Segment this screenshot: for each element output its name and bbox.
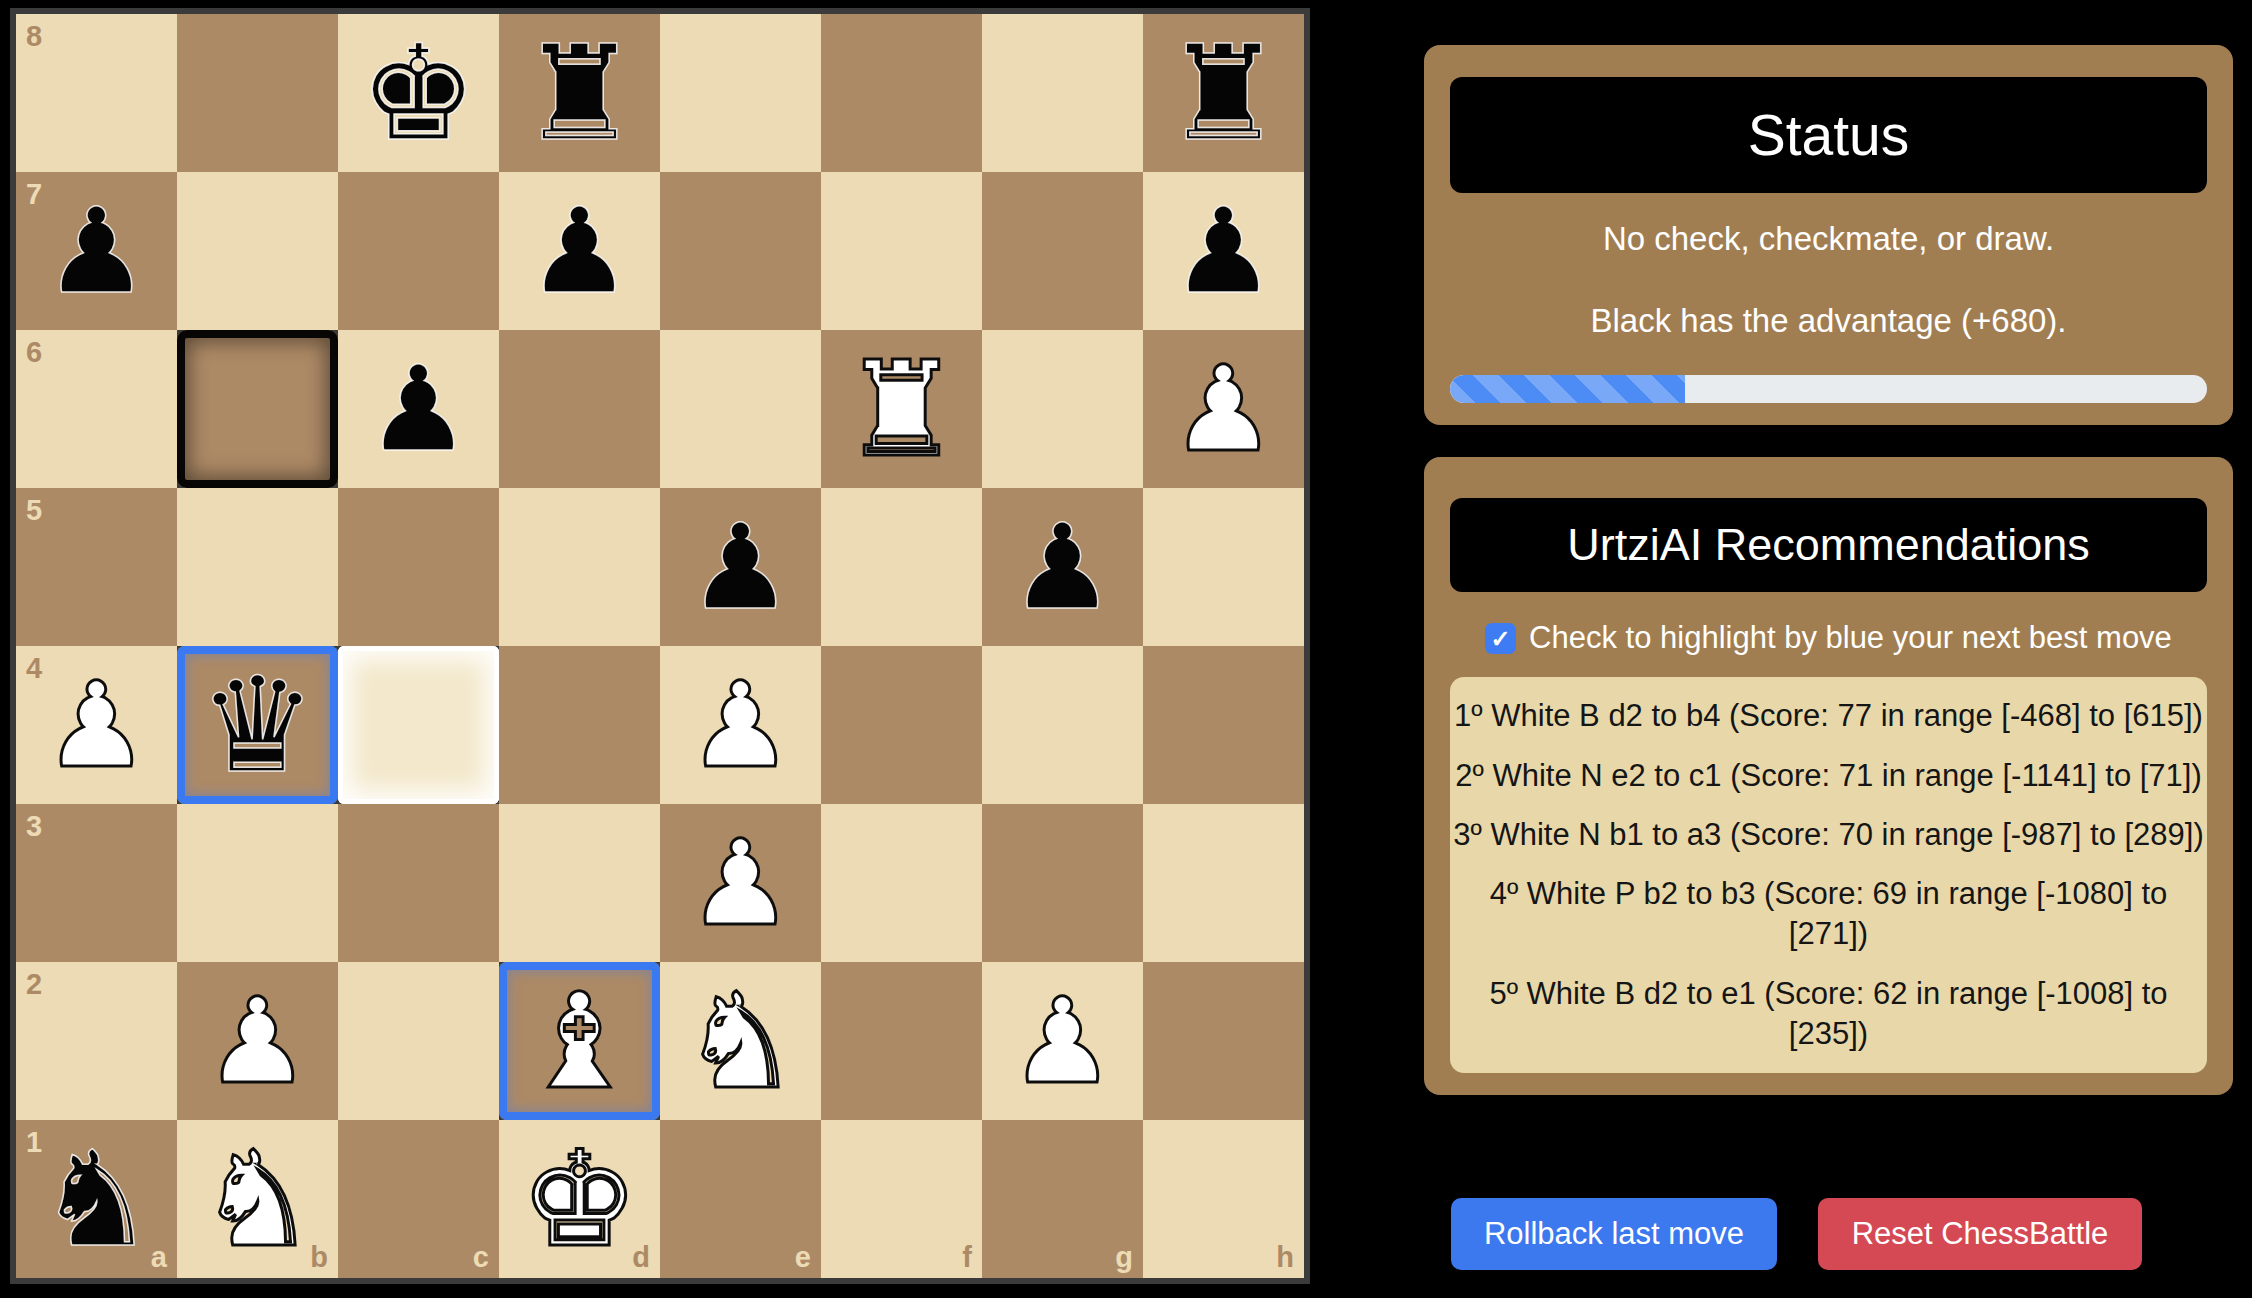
square-f1[interactable]: f: [821, 1120, 982, 1278]
square-b2[interactable]: ♟: [177, 962, 338, 1120]
square-b6[interactable]: [177, 330, 338, 488]
square-d2[interactable]: ♝: [499, 962, 660, 1120]
black-pawn-h7[interactable]: ♟: [1143, 172, 1304, 330]
black-queen-b4[interactable]: ♛: [177, 646, 338, 804]
square-e7[interactable]: [660, 172, 821, 330]
recommendations-panel-title: UrtziAI Recommendations: [1450, 498, 2207, 592]
square-h2[interactable]: [1143, 962, 1304, 1120]
white-rook-f6[interactable]: ♜: [821, 330, 982, 488]
recommendations-panel: UrtziAI Recommendations ✓ Check to highl…: [1424, 457, 2233, 1095]
white-pawn-g2[interactable]: ♟: [982, 962, 1143, 1120]
square-g1[interactable]: g: [982, 1120, 1143, 1278]
square-e6[interactable]: [660, 330, 821, 488]
square-b1[interactable]: b♞: [177, 1120, 338, 1278]
rank-label-3: 3: [26, 810, 42, 843]
square-a6[interactable]: 6: [16, 330, 177, 488]
file-label-b: b: [310, 1241, 328, 1274]
black-pawn-g5[interactable]: ♟: [982, 488, 1143, 646]
square-g6[interactable]: [982, 330, 1143, 488]
square-a1[interactable]: 1a♞: [16, 1120, 177, 1278]
square-f2[interactable]: [821, 962, 982, 1120]
square-h6[interactable]: ♟: [1143, 330, 1304, 488]
black-rook-h8[interactable]: ♜: [1143, 14, 1304, 172]
square-a4[interactable]: 4♟: [16, 646, 177, 804]
square-h8[interactable]: ♜: [1143, 14, 1304, 172]
square-d5[interactable]: [499, 488, 660, 646]
status-advantage-line: Black has the advantage (+680).: [1450, 301, 2207, 341]
square-f4[interactable]: [821, 646, 982, 804]
square-g4[interactable]: [982, 646, 1143, 804]
square-e4[interactable]: ♟: [660, 646, 821, 804]
file-label-d: d: [632, 1241, 650, 1274]
status-panel-title: Status: [1450, 77, 2207, 193]
square-a3[interactable]: 3: [16, 804, 177, 962]
square-g3[interactable]: [982, 804, 1143, 962]
square-d7[interactable]: ♟: [499, 172, 660, 330]
rank-label-7: 7: [26, 178, 42, 211]
square-c6[interactable]: ♟: [338, 330, 499, 488]
square-h5[interactable]: [1143, 488, 1304, 646]
recommendation-item-2: 2º White N e2 to c1 (Score: 71 in range …: [1450, 756, 2207, 796]
highlight-checkbox[interactable]: ✓: [1485, 623, 1516, 654]
black-king-c8[interactable]: ♚: [338, 14, 499, 172]
square-e2[interactable]: ♞: [660, 962, 821, 1120]
square-h4[interactable]: [1143, 646, 1304, 804]
square-g5[interactable]: ♟: [982, 488, 1143, 646]
file-label-c: c: [473, 1241, 489, 1274]
file-label-f: f: [962, 1241, 972, 1274]
square-d8[interactable]: ♜: [499, 14, 660, 172]
square-b8[interactable]: [177, 14, 338, 172]
status-check-line: No check, checkmate, or draw.: [1450, 219, 2207, 259]
square-f6[interactable]: ♜: [821, 330, 982, 488]
square-h1[interactable]: h: [1143, 1120, 1304, 1278]
reset-chessbattle-button[interactable]: Reset ChessBattle: [1818, 1198, 2142, 1270]
square-e1[interactable]: e: [660, 1120, 821, 1278]
white-pawn-e3[interactable]: ♟: [660, 804, 821, 962]
square-d6[interactable]: [499, 330, 660, 488]
square-d4[interactable]: [499, 646, 660, 804]
square-f8[interactable]: [821, 14, 982, 172]
square-c8[interactable]: ♚: [338, 14, 499, 172]
black-pawn-e5[interactable]: ♟: [660, 488, 821, 646]
rank-label-2: 2: [26, 968, 42, 1001]
black-pawn-d7[interactable]: ♟: [499, 172, 660, 330]
square-c5[interactable]: [338, 488, 499, 646]
rank-label-6: 6: [26, 336, 42, 369]
recommendation-item-1: 1º White B d2 to b4 (Score: 77 in range …: [1450, 696, 2207, 736]
square-a2[interactable]: 2: [16, 962, 177, 1120]
square-a5[interactable]: 5: [16, 488, 177, 646]
square-a8[interactable]: 8: [16, 14, 177, 172]
square-a7[interactable]: 7♟: [16, 172, 177, 330]
highlight-checkbox-row: ✓ Check to highlight by blue your next b…: [1450, 618, 2207, 658]
rank-label-8: 8: [26, 20, 42, 53]
square-f7[interactable]: [821, 172, 982, 330]
file-label-e: e: [795, 1241, 811, 1274]
chess-board: 8♚♜♜7♟♟♟6♟♜♟5♟♟4♟♛♟3♟2♟♝♞♟1a♞b♞cd♚efgh: [16, 14, 1304, 1278]
highlight-checkbox-label: Check to highlight by blue your next bes…: [1529, 620, 2172, 656]
white-pawn-b2[interactable]: ♟: [177, 962, 338, 1120]
rank-label-5: 5: [26, 494, 42, 527]
file-label-h: h: [1276, 1241, 1294, 1274]
square-g2[interactable]: ♟: [982, 962, 1143, 1120]
recommendations-list: 1º White B d2 to b4 (Score: 77 in range …: [1450, 677, 2207, 1073]
square-d1[interactable]: d♚: [499, 1120, 660, 1278]
black-pawn-c6[interactable]: ♟: [338, 330, 499, 488]
file-label-a: a: [151, 1241, 167, 1274]
square-c4[interactable]: [338, 646, 499, 804]
square-b4[interactable]: ♛: [177, 646, 338, 804]
square-c3[interactable]: [338, 804, 499, 962]
square-b5[interactable]: [177, 488, 338, 646]
recommendation-item-3: 3º White N b1 to a3 (Score: 70 in range …: [1450, 815, 2207, 855]
square-b3[interactable]: [177, 804, 338, 962]
square-g8[interactable]: [982, 14, 1143, 172]
recommendation-item-4: 4º White P b2 to b3 (Score: 69 in range …: [1450, 874, 2207, 954]
white-pawn-h6[interactable]: ♟: [1143, 330, 1304, 488]
chess-board-frame: 8♚♜♜7♟♟♟6♟♜♟5♟♟4♟♛♟3♟2♟♝♞♟1a♞b♞cd♚efgh: [10, 8, 1310, 1284]
rank-label-4: 4: [26, 652, 42, 685]
black-rook-d8[interactable]: ♜: [499, 14, 660, 172]
white-pawn-e4[interactable]: ♟: [660, 646, 821, 804]
recommendation-item-5: 5º White B d2 to e1 (Score: 62 in range …: [1450, 974, 2207, 1054]
rollback-last-move-button[interactable]: Rollback last move: [1451, 1198, 1777, 1270]
file-label-g: g: [1115, 1241, 1133, 1274]
square-c1[interactable]: c: [338, 1120, 499, 1278]
white-knight-e2[interactable]: ♞: [660, 962, 821, 1120]
square-f3[interactable]: [821, 804, 982, 962]
square-b7[interactable]: [177, 172, 338, 330]
advantage-progress-fill: [1450, 375, 1685, 403]
square-e3[interactable]: ♟: [660, 804, 821, 962]
white-bishop-d2[interactable]: ♝: [499, 962, 660, 1120]
status-panel: Status No check, checkmate, or draw. Bla…: [1424, 45, 2233, 425]
advantage-progress-track: [1450, 375, 2207, 403]
square-h3[interactable]: [1143, 804, 1304, 962]
square-g7[interactable]: [982, 172, 1143, 330]
square-c7[interactable]: [338, 172, 499, 330]
square-d3[interactable]: [499, 804, 660, 962]
square-e5[interactable]: ♟: [660, 488, 821, 646]
square-f5[interactable]: [821, 488, 982, 646]
square-e8[interactable]: [660, 14, 821, 172]
rank-label-1: 1: [26, 1126, 42, 1159]
square-c2[interactable]: [338, 962, 499, 1120]
square-h7[interactable]: ♟: [1143, 172, 1304, 330]
